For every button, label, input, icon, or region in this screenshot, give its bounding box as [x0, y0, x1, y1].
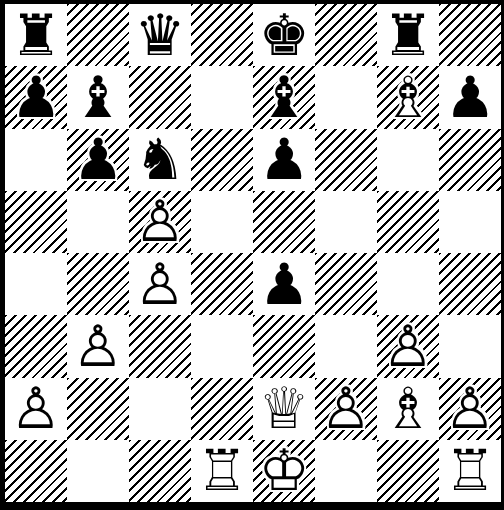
- square-c1[interactable]: [129, 440, 191, 502]
- square-h2[interactable]: ♟♙: [439, 378, 501, 440]
- piece-white-king: ♔: [253, 440, 315, 502]
- square-c6[interactable]: ♞: [129, 129, 191, 191]
- square-e7[interactable]: ♝: [253, 66, 315, 128]
- white-bishop-fill: ♝: [377, 66, 439, 128]
- square-d4[interactable]: [191, 253, 253, 315]
- piece-white-pawn: ♙: [5, 378, 67, 440]
- square-g2[interactable]: ♝♗: [377, 378, 439, 440]
- piece-black-pawn: ♟: [67, 129, 129, 191]
- square-b4[interactable]: [67, 253, 129, 315]
- square-f5[interactable]: [315, 191, 377, 253]
- chess-diagram: ♜♛♚♜♟♝♝♝♗♟♟♞♟♟♙♟♙♟♟♙♟♙♟♙♛♕♟♙♝♗♟♙♜♖♚♔♜♖: [0, 0, 504, 510]
- square-g8[interactable]: ♜: [377, 4, 439, 66]
- white-pawn-fill: ♟: [315, 378, 377, 440]
- square-g6[interactable]: [377, 129, 439, 191]
- piece-white-pawn: ♙: [129, 191, 191, 253]
- square-c7[interactable]: [129, 66, 191, 128]
- white-king-fill: ♚: [253, 440, 315, 502]
- piece-white-pawn: ♙: [315, 378, 377, 440]
- square-c8[interactable]: ♛: [129, 4, 191, 66]
- square-h6[interactable]: [439, 129, 501, 191]
- square-h3[interactable]: [439, 315, 501, 377]
- square-a6[interactable]: [5, 129, 67, 191]
- piece-white-pawn: ♙: [439, 378, 501, 440]
- square-f1[interactable]: [315, 440, 377, 502]
- square-c2[interactable]: [129, 378, 191, 440]
- square-e1[interactable]: ♚♔: [253, 440, 315, 502]
- piece-black-bishop: ♝: [253, 66, 315, 128]
- square-b8[interactable]: [67, 4, 129, 66]
- square-d7[interactable]: [191, 66, 253, 128]
- white-pawn-fill: ♟: [377, 315, 439, 377]
- white-pawn-fill: ♟: [67, 315, 129, 377]
- square-a3[interactable]: [5, 315, 67, 377]
- square-d1[interactable]: ♜♖: [191, 440, 253, 502]
- square-e3[interactable]: [253, 315, 315, 377]
- square-h7[interactable]: ♟: [439, 66, 501, 128]
- square-g4[interactable]: [377, 253, 439, 315]
- square-h1[interactable]: ♜♖: [439, 440, 501, 502]
- square-h8[interactable]: [439, 4, 501, 66]
- square-g7[interactable]: ♝♗: [377, 66, 439, 128]
- piece-black-rook: ♜: [5, 4, 67, 66]
- square-d2[interactable]: [191, 378, 253, 440]
- square-a5[interactable]: [5, 191, 67, 253]
- square-b1[interactable]: [67, 440, 129, 502]
- piece-white-bishop: ♗: [377, 378, 439, 440]
- piece-white-rook: ♖: [191, 440, 253, 502]
- white-pawn-fill: ♟: [5, 378, 67, 440]
- white-bishop-fill: ♝: [377, 378, 439, 440]
- square-e2[interactable]: ♛♕: [253, 378, 315, 440]
- piece-black-pawn: ♟: [5, 66, 67, 128]
- square-f8[interactable]: [315, 4, 377, 66]
- square-f2[interactable]: ♟♙: [315, 378, 377, 440]
- piece-white-pawn: ♙: [377, 315, 439, 377]
- square-a1[interactable]: [5, 440, 67, 502]
- square-c5[interactable]: ♟♙: [129, 191, 191, 253]
- square-h4[interactable]: [439, 253, 501, 315]
- square-b6[interactable]: ♟: [67, 129, 129, 191]
- piece-white-queen: ♕: [253, 378, 315, 440]
- square-d6[interactable]: [191, 129, 253, 191]
- square-g1[interactable]: [377, 440, 439, 502]
- square-e6[interactable]: ♟: [253, 129, 315, 191]
- square-b3[interactable]: ♟♙: [67, 315, 129, 377]
- square-b2[interactable]: [67, 378, 129, 440]
- square-f7[interactable]: [315, 66, 377, 128]
- square-b7[interactable]: ♝: [67, 66, 129, 128]
- piece-white-rook: ♖: [439, 440, 501, 502]
- piece-black-rook: ♜: [377, 4, 439, 66]
- chessboard: ♜♛♚♜♟♝♝♝♗♟♟♞♟♟♙♟♙♟♟♙♟♙♟♙♛♕♟♙♝♗♟♙♜♖♚♔♜♖: [0, 0, 504, 510]
- square-a8[interactable]: ♜: [5, 4, 67, 66]
- square-c3[interactable]: [129, 315, 191, 377]
- piece-white-bishop: ♗: [377, 66, 439, 128]
- piece-black-queen: ♛: [129, 4, 191, 66]
- white-rook-fill: ♜: [191, 440, 253, 502]
- white-pawn-fill: ♟: [129, 191, 191, 253]
- piece-white-pawn: ♙: [129, 253, 191, 315]
- square-h5[interactable]: [439, 191, 501, 253]
- square-f3[interactable]: [315, 315, 377, 377]
- piece-black-pawn: ♟: [439, 66, 501, 128]
- square-c4[interactable]: ♟♙: [129, 253, 191, 315]
- white-pawn-fill: ♟: [439, 378, 501, 440]
- piece-black-pawn: ♟: [253, 253, 315, 315]
- white-rook-fill: ♜: [439, 440, 501, 502]
- square-a7[interactable]: ♟: [5, 66, 67, 128]
- white-queen-fill: ♛: [253, 378, 315, 440]
- square-g3[interactable]: ♟♙: [377, 315, 439, 377]
- square-b5[interactable]: [67, 191, 129, 253]
- piece-black-pawn: ♟: [253, 129, 315, 191]
- square-d8[interactable]: [191, 4, 253, 66]
- piece-black-king: ♚: [253, 4, 315, 66]
- piece-black-knight: ♞: [129, 129, 191, 191]
- piece-black-bishop: ♝: [67, 66, 129, 128]
- white-pawn-fill: ♟: [129, 253, 191, 315]
- square-e4[interactable]: ♟: [253, 253, 315, 315]
- square-f6[interactable]: [315, 129, 377, 191]
- piece-white-pawn: ♙: [67, 315, 129, 377]
- square-e5[interactable]: [253, 191, 315, 253]
- square-d5[interactable]: [191, 191, 253, 253]
- square-e8[interactable]: ♚: [253, 4, 315, 66]
- square-a2[interactable]: ♟♙: [5, 378, 67, 440]
- square-a4[interactable]: [5, 253, 67, 315]
- square-f4[interactable]: [315, 253, 377, 315]
- square-g5[interactable]: [377, 191, 439, 253]
- square-d3[interactable]: [191, 315, 253, 377]
